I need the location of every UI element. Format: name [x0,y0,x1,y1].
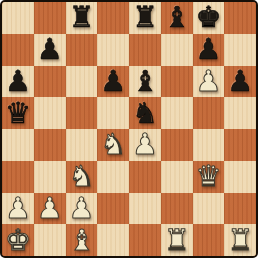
square-h2[interactable] [224,193,256,225]
piece-white-pawn[interactable]: ♟ [195,67,221,96]
square-h6[interactable]: ♟ [224,66,256,98]
square-c2[interactable]: ♟ [66,193,98,225]
square-a5[interactable]: ♛ [2,97,34,129]
square-g1[interactable] [193,224,225,256]
square-a3[interactable] [2,161,34,193]
square-e3[interactable] [129,161,161,193]
square-f8[interactable]: ♝ [161,2,193,34]
square-h5[interactable] [224,97,256,129]
square-f1[interactable]: ♜ [161,224,193,256]
square-a6[interactable]: ♟ [2,66,34,98]
square-c1[interactable]: ♝ [66,224,98,256]
square-d8[interactable] [97,2,129,34]
square-b5[interactable] [34,97,66,129]
piece-black-pawn[interactable]: ♟ [100,67,126,96]
piece-black-queen[interactable]: ♛ [5,99,31,128]
chess-board: ♜♜♝♚♟♟♟♟♝♟♟♛♞♞♟♞♛♟♟♟♚♝♜♜ [0,0,258,258]
piece-white-pawn[interactable]: ♟ [5,194,31,223]
square-g2[interactable] [193,193,225,225]
square-c5[interactable] [66,97,98,129]
square-g6[interactable]: ♟ [193,66,225,98]
square-h7[interactable] [224,34,256,66]
square-d6[interactable]: ♟ [97,66,129,98]
square-f3[interactable] [161,161,193,193]
piece-black-pawn[interactable]: ♟ [227,67,253,96]
piece-black-bishop[interactable]: ♝ [164,3,190,32]
piece-white-pawn[interactable]: ♟ [68,194,94,223]
square-d5[interactable] [97,97,129,129]
square-b1[interactable] [34,224,66,256]
square-c3[interactable]: ♞ [66,161,98,193]
square-g5[interactable] [193,97,225,129]
piece-black-pawn[interactable]: ♟ [195,35,221,64]
square-g7[interactable]: ♟ [193,34,225,66]
square-d7[interactable] [97,34,129,66]
piece-black-rook[interactable]: ♜ [132,3,158,32]
piece-black-king[interactable]: ♚ [195,3,221,32]
square-d2[interactable] [97,193,129,225]
piece-black-bishop[interactable]: ♝ [132,67,158,96]
square-b6[interactable] [34,66,66,98]
square-h4[interactable] [224,129,256,161]
piece-white-queen[interactable]: ♛ [195,162,221,191]
square-e7[interactable] [129,34,161,66]
square-g8[interactable]: ♚ [193,2,225,34]
piece-white-pawn[interactable]: ♟ [132,130,158,159]
square-b7[interactable]: ♟ [34,34,66,66]
square-e5[interactable]: ♞ [129,97,161,129]
square-b8[interactable] [34,2,66,34]
square-h8[interactable] [224,2,256,34]
piece-white-pawn[interactable]: ♟ [37,194,63,223]
piece-white-rook[interactable]: ♜ [164,226,190,255]
square-b2[interactable]: ♟ [34,193,66,225]
square-e2[interactable] [129,193,161,225]
piece-white-rook[interactable]: ♜ [227,226,253,255]
square-b4[interactable] [34,129,66,161]
square-e1[interactable] [129,224,161,256]
square-f2[interactable] [161,193,193,225]
square-c6[interactable] [66,66,98,98]
square-e6[interactable]: ♝ [129,66,161,98]
square-a8[interactable] [2,2,34,34]
square-d3[interactable] [97,161,129,193]
square-g4[interactable] [193,129,225,161]
square-e8[interactable]: ♜ [129,2,161,34]
square-b3[interactable] [34,161,66,193]
square-a7[interactable] [2,34,34,66]
piece-white-knight[interactable]: ♞ [100,130,126,159]
square-d4[interactable]: ♞ [97,129,129,161]
piece-black-rook[interactable]: ♜ [68,3,94,32]
square-h3[interactable] [224,161,256,193]
square-a2[interactable]: ♟ [2,193,34,225]
square-a1[interactable]: ♚ [2,224,34,256]
square-f7[interactable] [161,34,193,66]
square-e4[interactable]: ♟ [129,129,161,161]
piece-white-bishop[interactable]: ♝ [68,226,94,255]
square-c4[interactable] [66,129,98,161]
piece-white-knight[interactable]: ♞ [68,162,94,191]
square-a4[interactable] [2,129,34,161]
piece-white-king[interactable]: ♚ [5,226,31,255]
piece-black-pawn[interactable]: ♟ [37,35,63,64]
square-f6[interactable] [161,66,193,98]
piece-black-knight[interactable]: ♞ [132,99,158,128]
square-c7[interactable] [66,34,98,66]
square-f5[interactable] [161,97,193,129]
square-g3[interactable]: ♛ [193,161,225,193]
square-c8[interactable]: ♜ [66,2,98,34]
square-d1[interactable] [97,224,129,256]
square-f4[interactable] [161,129,193,161]
piece-black-pawn[interactable]: ♟ [5,67,31,96]
square-h1[interactable]: ♜ [224,224,256,256]
